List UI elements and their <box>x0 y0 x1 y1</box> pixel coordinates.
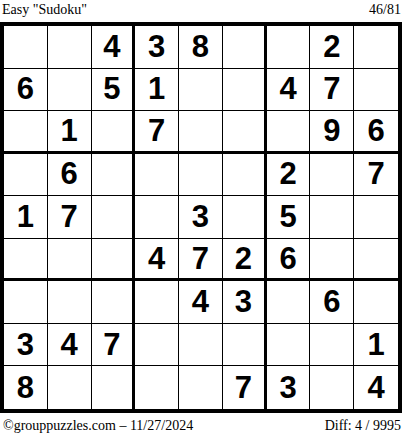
sudoku-cell[interactable]: 6 <box>4 69 48 112</box>
sudoku-cell[interactable] <box>48 26 92 69</box>
sudoku-cell[interactable]: 4 <box>92 26 136 69</box>
sudoku-cell[interactable]: 6 <box>354 111 398 154</box>
sudoku-cell[interactable] <box>135 281 179 324</box>
sudoku-cell[interactable] <box>354 26 398 69</box>
sudoku-cell[interactable]: 1 <box>4 196 48 239</box>
clue-counter: 46/81 <box>369 2 401 18</box>
sudoku-cell[interactable]: 2 <box>267 154 311 197</box>
sudoku-cell[interactable]: 7 <box>223 366 267 409</box>
sudoku-cell[interactable]: 3 <box>267 366 311 409</box>
sudoku-cell[interactable] <box>179 366 223 409</box>
sudoku-cell[interactable] <box>92 281 136 324</box>
sudoku-cell[interactable]: 6 <box>267 239 311 282</box>
sudoku-cell[interactable] <box>92 196 136 239</box>
sudoku-cell[interactable]: 3 <box>4 324 48 367</box>
sudoku-cell[interactable]: 5 <box>92 69 136 112</box>
sudoku-cell[interactable] <box>223 26 267 69</box>
sudoku-cell[interactable]: 7 <box>48 196 92 239</box>
sudoku-cell[interactable] <box>48 69 92 112</box>
sudoku-cell[interactable] <box>267 26 311 69</box>
difficulty-text: Diff: 4 / 9995 <box>325 418 401 434</box>
sudoku-cell[interactable]: 3 <box>223 281 267 324</box>
sudoku-cell[interactable] <box>267 324 311 367</box>
sudoku-cell[interactable] <box>267 111 311 154</box>
sudoku-cell[interactable]: 7 <box>354 154 398 197</box>
sudoku-cell[interactable] <box>310 154 354 197</box>
puzzle-header: Easy "Sudoku" 46/81 <box>0 0 402 22</box>
sudoku-cell[interactable] <box>4 26 48 69</box>
sudoku-cell[interactable] <box>223 154 267 197</box>
sudoku-cell[interactable]: 9 <box>310 111 354 154</box>
sudoku-cell[interactable] <box>179 69 223 112</box>
sudoku-cell[interactable] <box>48 366 92 409</box>
sudoku-cell[interactable]: 1 <box>48 111 92 154</box>
puzzle-title: Easy "Sudoku" <box>2 2 87 18</box>
sudoku-cell[interactable] <box>92 366 136 409</box>
sudoku-cell[interactable] <box>310 239 354 282</box>
sudoku-cell[interactable]: 2 <box>310 26 354 69</box>
sudoku-cell[interactable]: 1 <box>135 69 179 112</box>
sudoku-cell[interactable]: 6 <box>310 281 354 324</box>
sudoku-cell[interactable] <box>223 69 267 112</box>
sudoku-cell[interactable] <box>4 239 48 282</box>
sudoku-cell[interactable] <box>48 281 92 324</box>
sudoku-cell[interactable]: 7 <box>92 324 136 367</box>
sudoku-cell[interactable] <box>4 111 48 154</box>
sudoku-cell[interactable] <box>354 281 398 324</box>
sudoku-cell[interactable]: 7 <box>310 69 354 112</box>
sudoku-cell[interactable] <box>223 111 267 154</box>
sudoku-cell[interactable]: 7 <box>135 111 179 154</box>
sudoku-cell[interactable] <box>179 324 223 367</box>
sudoku-cell[interactable] <box>223 196 267 239</box>
sudoku-cell[interactable] <box>92 154 136 197</box>
sudoku-cell[interactable]: 4 <box>267 69 311 112</box>
sudoku-cell[interactable] <box>354 196 398 239</box>
sudoku-cell[interactable] <box>4 281 48 324</box>
sudoku-cell[interactable] <box>135 154 179 197</box>
sudoku-board: 43826514717966271735472643634718734 <box>0 22 402 413</box>
sudoku-cell[interactable] <box>135 366 179 409</box>
sudoku-cell[interactable] <box>135 196 179 239</box>
sudoku-cell[interactable]: 3 <box>135 26 179 69</box>
sudoku-cell[interactable] <box>310 196 354 239</box>
sudoku-cell[interactable]: 8 <box>4 366 48 409</box>
sudoku-cell[interactable]: 7 <box>179 239 223 282</box>
sudoku-cell[interactable]: 1 <box>354 324 398 367</box>
sudoku-cell[interactable] <box>310 324 354 367</box>
sudoku-cell[interactable] <box>92 111 136 154</box>
sudoku-cell[interactable] <box>267 281 311 324</box>
sudoku-cell[interactable]: 6 <box>48 154 92 197</box>
sudoku-cell[interactable]: 8 <box>179 26 223 69</box>
puzzle-footer: ©grouppuzzles.com – 11/27/2024 Diff: 4 /… <box>0 413 402 437</box>
sudoku-cell[interactable] <box>179 111 223 154</box>
sudoku-cell[interactable]: 5 <box>267 196 311 239</box>
sudoku-cell[interactable]: 3 <box>179 196 223 239</box>
sudoku-cell[interactable]: 4 <box>179 281 223 324</box>
sudoku-cell[interactable] <box>354 239 398 282</box>
sudoku-cell[interactable]: 4 <box>48 324 92 367</box>
sudoku-cell[interactable] <box>310 366 354 409</box>
sudoku-cell[interactable]: 4 <box>135 239 179 282</box>
sudoku-cell[interactable] <box>4 154 48 197</box>
sudoku-cell[interactable] <box>92 239 136 282</box>
sudoku-cell[interactable] <box>48 239 92 282</box>
sudoku-cell[interactable] <box>354 69 398 112</box>
sudoku-cell[interactable] <box>223 324 267 367</box>
sudoku-cell[interactable] <box>179 154 223 197</box>
credit-text: ©grouppuzzles.com – 11/27/2024 <box>3 418 193 434</box>
sudoku-cell[interactable]: 4 <box>354 366 398 409</box>
sudoku-cell[interactable] <box>135 324 179 367</box>
sudoku-cell[interactable]: 2 <box>223 239 267 282</box>
